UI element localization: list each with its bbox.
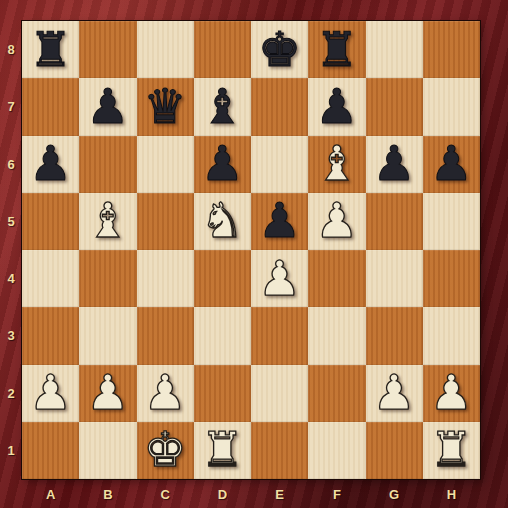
square-a5[interactable] [22,193,79,250]
square-b4[interactable] [79,250,136,307]
black-pawn-icon[interactable]: ♟ [430,139,473,187]
square-h4[interactable] [423,250,480,307]
white-knight-icon[interactable]: ♞ [201,196,244,244]
file-label-h: H [423,480,480,508]
square-c5[interactable] [137,193,194,250]
square-e5[interactable]: ♟ [251,193,308,250]
square-g7[interactable] [366,78,423,135]
white-pawn-icon[interactable]: ♟ [430,368,473,416]
black-pawn-icon[interactable]: ♟ [201,139,244,187]
square-d1[interactable]: ♜ [194,422,251,479]
square-f8[interactable]: ♜ [308,21,365,78]
white-king-icon[interactable]: ♚ [144,425,187,473]
rank-label-7: 7 [0,78,22,135]
square-h1[interactable]: ♜ [423,422,480,479]
rank-label-3: 3 [0,307,22,364]
square-c1[interactable]: ♚ [137,422,194,479]
file-label-e: E [251,480,308,508]
square-g2[interactable]: ♟ [366,365,423,422]
square-a2[interactable]: ♟ [22,365,79,422]
black-pawn-icon[interactable]: ♟ [258,196,301,244]
file-label-d: D [194,480,251,508]
rank-label-6: 6 [0,136,22,193]
chess-board: ♜♚♜♟♛♝♟♟♟♝♟♟♝♞♟♟♟♟♟♟♟♟♚♜♜ [22,21,480,479]
black-rook-icon[interactable]: ♜ [315,25,358,73]
file-label-c: C [137,480,194,508]
rank-label-4: 4 [0,250,22,307]
square-g5[interactable] [366,193,423,250]
rank-label-2: 2 [0,365,22,422]
white-rook-icon[interactable]: ♜ [430,425,473,473]
square-a1[interactable] [22,422,79,479]
black-bishop-icon[interactable]: ♝ [201,82,244,130]
square-a6[interactable]: ♟ [22,136,79,193]
square-f1[interactable] [308,422,365,479]
square-f2[interactable] [308,365,365,422]
white-bishop-icon[interactable]: ♝ [315,139,358,187]
file-label-a: A [22,480,79,508]
square-h2[interactable]: ♟ [423,365,480,422]
square-a4[interactable] [22,250,79,307]
white-pawn-icon[interactable]: ♟ [258,254,301,302]
square-d4[interactable] [194,250,251,307]
square-g3[interactable] [366,307,423,364]
file-labels: ABCDEFGH [22,480,480,508]
white-pawn-icon[interactable]: ♟ [86,368,129,416]
square-b1[interactable] [79,422,136,479]
square-b2[interactable]: ♟ [79,365,136,422]
square-h8[interactable] [423,21,480,78]
black-pawn-icon[interactable]: ♟ [315,82,358,130]
square-c6[interactable] [137,136,194,193]
square-f4[interactable] [308,250,365,307]
file-label-f: F [308,480,365,508]
square-a3[interactable] [22,307,79,364]
square-a8[interactable]: ♜ [22,21,79,78]
square-c7[interactable]: ♛ [137,78,194,135]
square-b6[interactable] [79,136,136,193]
square-d8[interactable] [194,21,251,78]
black-pawn-icon[interactable]: ♟ [29,139,72,187]
square-d6[interactable]: ♟ [194,136,251,193]
white-bishop-icon[interactable]: ♝ [86,196,129,244]
square-g8[interactable] [366,21,423,78]
square-d7[interactable]: ♝ [194,78,251,135]
square-e8[interactable]: ♚ [251,21,308,78]
chess-board-frame: 87654321 ♜♚♜♟♛♝♟♟♟♝♟♟♝♞♟♟♟♟♟♟♟♟♚♜♜ ABCDE… [0,0,508,508]
square-f5[interactable]: ♟ [308,193,365,250]
square-c4[interactable] [137,250,194,307]
square-e6[interactable] [251,136,308,193]
white-pawn-icon[interactable]: ♟ [373,368,416,416]
white-pawn-icon[interactable]: ♟ [144,368,187,416]
square-e2[interactable] [251,365,308,422]
square-f7[interactable]: ♟ [308,78,365,135]
square-e1[interactable] [251,422,308,479]
square-g6[interactable]: ♟ [366,136,423,193]
rank-label-1: 1 [0,422,22,479]
square-b3[interactable] [79,307,136,364]
square-c3[interactable] [137,307,194,364]
white-pawn-icon[interactable]: ♟ [29,368,72,416]
square-b5[interactable]: ♝ [79,193,136,250]
black-pawn-icon[interactable]: ♟ [86,82,129,130]
file-label-b: B [79,480,136,508]
rank-label-8: 8 [0,21,22,78]
square-h5[interactable] [423,193,480,250]
square-d3[interactable] [194,307,251,364]
white-rook-icon[interactable]: ♜ [201,425,244,473]
black-rook-icon[interactable]: ♜ [29,25,72,73]
rank-label-5: 5 [0,193,22,250]
square-a7[interactable] [22,78,79,135]
square-d5[interactable]: ♞ [194,193,251,250]
square-c8[interactable] [137,21,194,78]
black-queen-icon[interactable]: ♛ [144,82,187,130]
white-pawn-icon[interactable]: ♟ [315,196,358,244]
file-label-g: G [366,480,423,508]
square-f6[interactable]: ♝ [308,136,365,193]
square-e3[interactable] [251,307,308,364]
square-d2[interactable] [194,365,251,422]
rank-labels: 87654321 [0,21,22,479]
square-e7[interactable] [251,78,308,135]
square-g1[interactable] [366,422,423,479]
square-c2[interactable]: ♟ [137,365,194,422]
square-b8[interactable] [79,21,136,78]
square-e4[interactable]: ♟ [251,250,308,307]
black-king-icon[interactable]: ♚ [258,25,301,73]
black-pawn-icon[interactable]: ♟ [373,139,416,187]
square-g4[interactable] [366,250,423,307]
square-h3[interactable] [423,307,480,364]
square-h7[interactable] [423,78,480,135]
square-b7[interactable]: ♟ [79,78,136,135]
square-f3[interactable] [308,307,365,364]
square-h6[interactable]: ♟ [423,136,480,193]
